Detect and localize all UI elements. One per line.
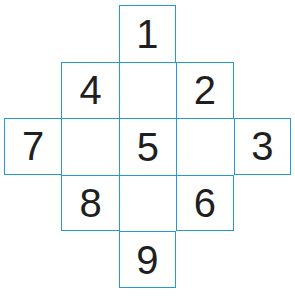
cell-r3c3-number[interactable]: 6 — [176, 175, 233, 232]
cell-r0c2-number[interactable]: 1 — [119, 5, 176, 62]
puzzle-board: 142753869 — [4, 5, 291, 288]
cell-r1c2-empty[interactable] — [119, 62, 176, 119]
cell-r2c2-number[interactable]: 5 — [119, 118, 176, 175]
cell-r3c2-empty[interactable] — [119, 175, 176, 232]
cell-r1c3-number[interactable]: 2 — [176, 62, 233, 119]
cell-r2c0-number[interactable]: 7 — [4, 118, 61, 175]
cell-r2c4-number[interactable]: 3 — [234, 118, 291, 175]
cell-r3c1-number[interactable]: 8 — [61, 175, 118, 232]
cell-r4c2-number[interactable]: 9 — [119, 231, 176, 288]
cell-r2c3-empty[interactable] — [176, 118, 233, 175]
cell-r2c1-empty[interactable] — [61, 118, 118, 175]
cell-r1c1-number[interactable]: 4 — [61, 62, 118, 119]
